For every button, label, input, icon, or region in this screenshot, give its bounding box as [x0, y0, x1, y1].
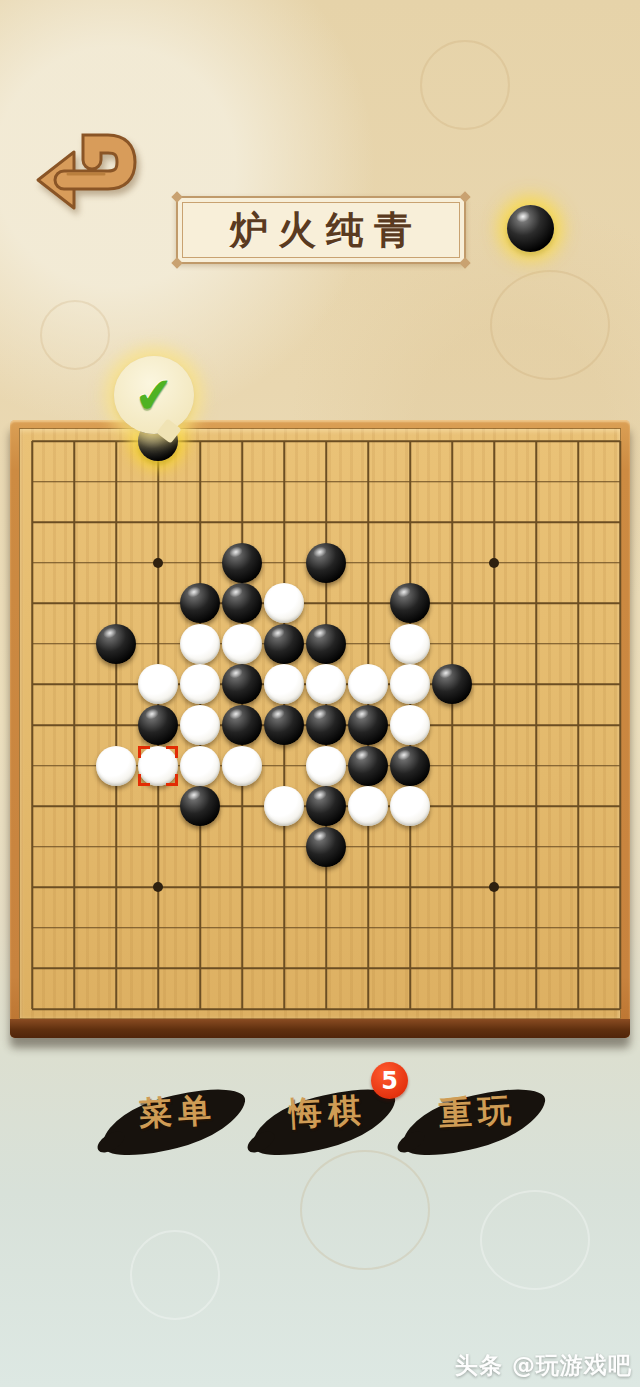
black-stone — [222, 705, 262, 745]
cloud-decoration — [300, 1150, 430, 1270]
plaque-corner-ornament — [171, 257, 182, 268]
white-stone — [222, 624, 262, 664]
black-stone — [264, 705, 304, 745]
grid-line — [535, 441, 537, 1009]
grid-line — [32, 968, 620, 970]
confirm-move-bubble[interactable]: ✔ — [114, 356, 194, 434]
black-stone — [180, 786, 220, 826]
black-stone — [180, 583, 220, 623]
bottom-button-bar: 菜单 悔棋 5 重玩 — [0, 1072, 640, 1162]
back-button[interactable] — [34, 130, 138, 218]
cloud-decoration — [130, 1230, 220, 1320]
level-title-plaque: 炉火纯青 — [176, 196, 466, 264]
board-surface — [19, 428, 621, 1019]
black-stone — [390, 583, 430, 623]
black-stone — [432, 664, 472, 704]
level-title: 炉火纯青 — [220, 205, 422, 256]
white-stone — [96, 746, 136, 786]
grid-line — [493, 441, 495, 1009]
checkmark-icon: ✔ — [131, 365, 177, 425]
replay-button[interactable]: 重玩 — [408, 1078, 548, 1156]
white-stone — [306, 664, 346, 704]
last-white-move-marker — [138, 746, 178, 786]
grid-line — [32, 1008, 620, 1010]
white-stone — [390, 664, 430, 704]
white-stone — [348, 664, 388, 704]
cloud-decoration — [40, 300, 110, 370]
plaque-corner-ornament — [459, 257, 470, 268]
cloud-decoration — [490, 270, 610, 380]
watermark: 头条 @玩游戏吧 — [455, 1350, 632, 1381]
white-stone — [264, 786, 304, 826]
star-point — [153, 882, 163, 892]
white-stone — [138, 664, 178, 704]
undo-count-badge: 5 — [371, 1062, 408, 1099]
game-screen: 炉火纯青 ✔ 菜单 悔棋 5 重玩 头条 @玩游戏吧 — [0, 0, 640, 1387]
menu-button[interactable]: 菜单 — [108, 1078, 248, 1156]
white-stone — [222, 746, 262, 786]
star-point — [489, 558, 499, 568]
white-stone — [306, 746, 346, 786]
grid-line — [619, 441, 621, 1009]
black-stone — [306, 786, 346, 826]
star-point — [153, 558, 163, 568]
white-stone — [348, 786, 388, 826]
menu-button-label: 菜单 — [107, 1086, 249, 1138]
grid-line — [451, 441, 453, 1009]
black-stone — [348, 705, 388, 745]
plaque-corner-ornament — [459, 191, 470, 202]
white-stone — [180, 624, 220, 664]
gomoku-board — [10, 420, 630, 1038]
black-stone — [222, 543, 262, 583]
black-stone — [96, 624, 136, 664]
black-stone — [306, 705, 346, 745]
black-stone — [222, 583, 262, 623]
replay-button-label: 重玩 — [407, 1086, 549, 1138]
black-stone — [306, 624, 346, 664]
white-stone — [180, 746, 220, 786]
white-stone — [180, 664, 220, 704]
black-stone — [222, 664, 262, 704]
white-stone — [264, 583, 304, 623]
black-stone — [390, 746, 430, 786]
white-stone — [180, 705, 220, 745]
current-player-black-stone — [507, 205, 554, 252]
white-stone — [390, 705, 430, 745]
star-point — [489, 882, 499, 892]
grid-line — [32, 927, 620, 929]
white-stone — [264, 664, 304, 704]
cloud-decoration — [420, 40, 510, 130]
white-stone — [390, 786, 430, 826]
black-stone — [138, 705, 178, 745]
return-arrow-icon — [34, 130, 138, 218]
black-stone — [264, 624, 304, 664]
plaque-corner-ornament — [171, 191, 182, 202]
black-stone — [348, 746, 388, 786]
board-grid[interactable] — [32, 441, 620, 1009]
white-stone — [390, 624, 430, 664]
black-stone — [306, 827, 346, 867]
black-stone — [306, 543, 346, 583]
cloud-decoration — [480, 1190, 590, 1290]
board-front-edge — [10, 1019, 630, 1038]
grid-line — [577, 441, 579, 1009]
grid-line — [32, 887, 620, 889]
undo-button[interactable]: 悔棋 5 — [258, 1078, 398, 1156]
